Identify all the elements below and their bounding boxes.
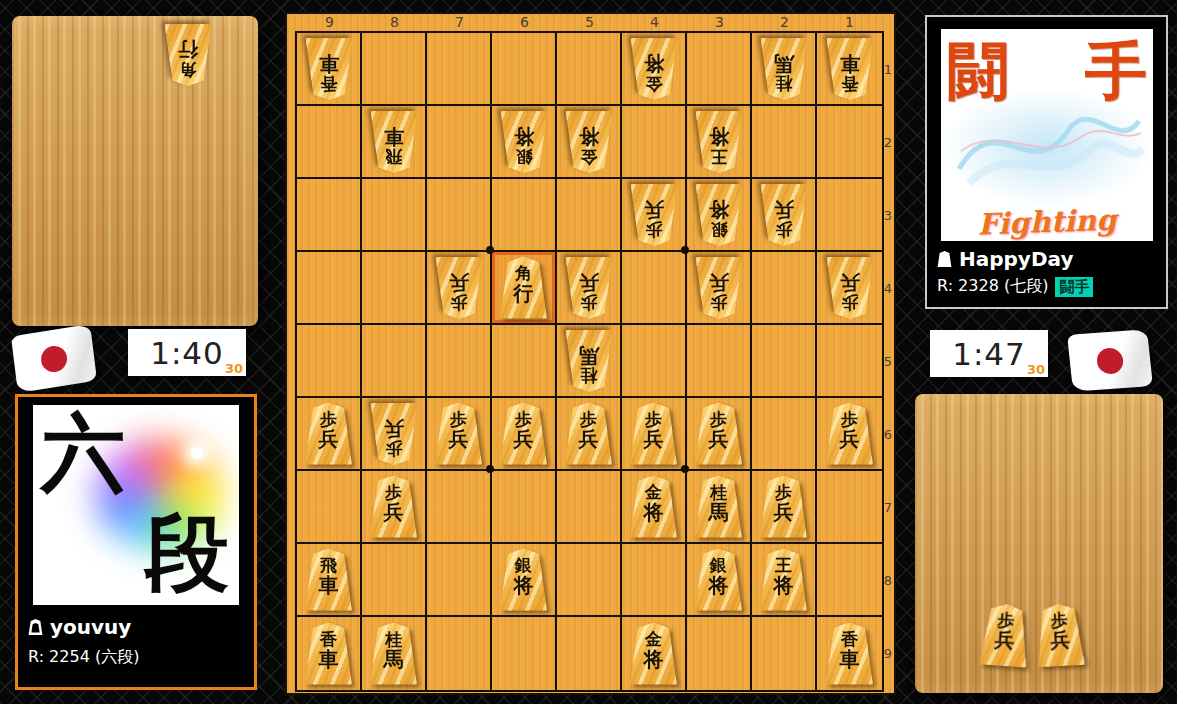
square-32[interactable]: 王将	[687, 106, 752, 179]
avatar-kanji-1: 六	[41, 405, 125, 511]
square-64[interactable]: 角行	[492, 252, 557, 325]
bottom-player-panel: 六 段 youvuy R: 2254 (六段)	[15, 394, 257, 690]
byoyomi-seconds: 30	[225, 361, 243, 376]
avatar-kanji-2: 手	[1085, 29, 1147, 113]
square-54[interactable]: 歩兵	[557, 252, 622, 325]
square-93[interactable]	[297, 179, 362, 252]
square-69[interactable]	[492, 617, 557, 690]
square-74[interactable]: 歩兵	[427, 252, 492, 325]
koma-歩兵-sente[interactable]: 歩兵	[563, 403, 615, 465]
square-38[interactable]: 銀将	[687, 544, 752, 617]
square-76[interactable]: 歩兵	[427, 398, 492, 471]
square-52[interactable]: 金将	[557, 106, 622, 179]
board-grid: 香車金将桂馬香車飛車銀将金将王将歩兵銀将歩兵歩兵角行歩兵歩兵歩兵桂馬歩兵歩兵歩兵…	[295, 31, 884, 692]
square-26[interactable]	[752, 398, 817, 471]
japan-flag-left	[11, 324, 97, 393]
koma-歩兵-sente[interactable]: 歩兵	[977, 602, 1033, 667]
square-99[interactable]: 香車	[297, 617, 362, 690]
flag-sun-icon	[1096, 347, 1125, 375]
square-43[interactable]: 歩兵	[622, 179, 687, 252]
square-96[interactable]: 歩兵	[297, 398, 362, 471]
koma-桂馬-gote[interactable]: 桂馬	[563, 330, 615, 392]
square-24[interactable]	[752, 252, 817, 325]
koma-歩兵-sente[interactable]: 歩兵	[498, 403, 550, 465]
sente-marker-icon	[937, 251, 952, 267]
top-player-rating: R: 2328 (七段)	[937, 276, 1048, 297]
koma-銀将-gote[interactable]: 銀将	[498, 111, 550, 173]
koma-金将-gote[interactable]: 金将	[628, 38, 680, 100]
square-33[interactable]: 銀将	[687, 179, 752, 252]
koma-香車-gote[interactable]: 香車	[303, 38, 355, 100]
koma-歩兵-sente[interactable]: 歩兵	[628, 403, 680, 465]
square-65[interactable]	[492, 325, 557, 398]
square-36[interactable]: 歩兵	[687, 398, 752, 471]
file-label-9: 9	[297, 14, 362, 30]
gote-marker-icon	[28, 619, 43, 635]
top-player-avatar: 闘 手 Fighting	[941, 29, 1153, 241]
koma-歩兵-sente[interactable]: 歩兵	[368, 476, 420, 538]
square-21[interactable]: 桂馬	[752, 33, 817, 106]
sparkle	[191, 447, 203, 459]
square-72[interactable]	[427, 106, 492, 179]
file-label-3: 3	[687, 14, 752, 30]
square-77[interactable]	[427, 471, 492, 544]
sente-hand-pieces: 歩兵歩兵	[979, 604, 1086, 666]
square-95[interactable]	[297, 325, 362, 398]
square-89[interactable]: 桂馬	[362, 617, 427, 690]
koma-飛車-gote[interactable]: 飛車	[368, 111, 420, 173]
koma-歩兵-sente[interactable]: 歩兵	[758, 476, 810, 538]
koma-歩兵-gote[interactable]: 歩兵	[433, 257, 485, 319]
square-92[interactable]	[297, 106, 362, 179]
clock-time: 1:40	[150, 335, 224, 371]
square-56[interactable]: 歩兵	[557, 398, 622, 471]
square-18[interactable]	[817, 544, 882, 617]
koma-歩兵-sente[interactable]: 歩兵	[433, 403, 485, 465]
koma-王将-gote[interactable]: 王将	[693, 111, 745, 173]
bottom-player-clock: 1:40 30	[128, 329, 246, 376]
square-62[interactable]: 銀将	[492, 106, 557, 179]
square-87[interactable]: 歩兵	[362, 471, 427, 544]
file-label-4: 4	[622, 14, 687, 30]
file-label-7: 7	[427, 14, 492, 30]
koma-王将-sente[interactable]: 王将	[758, 549, 810, 611]
square-35[interactable]	[687, 325, 752, 398]
top-player-clock: 1:47 30	[930, 330, 1048, 377]
square-46[interactable]: 歩兵	[622, 398, 687, 471]
square-86[interactable]: 歩兵	[362, 398, 427, 471]
koma-歩兵-sente[interactable]: 歩兵	[303, 403, 355, 465]
square-58[interactable]	[557, 544, 622, 617]
square-23[interactable]: 歩兵	[752, 179, 817, 252]
square-82[interactable]: 飛車	[362, 106, 427, 179]
square-94[interactable]	[297, 252, 362, 325]
shogi-board: 987654321 123456789 香車金将桂馬香車飛車銀将金将王将歩兵銀将…	[285, 12, 896, 695]
koma-歩兵-gote[interactable]: 歩兵	[824, 257, 876, 319]
club-badge: 闘手	[1055, 277, 1093, 297]
square-12[interactable]	[817, 106, 882, 179]
koma-桂馬-gote[interactable]: 桂馬	[758, 38, 810, 100]
avatar-kanji-2: 段	[145, 497, 229, 605]
bottom-player-name: youvuy	[50, 615, 131, 639]
koma-歩兵-sente[interactable]: 歩兵	[1032, 603, 1087, 668]
square-49[interactable]: 金将	[622, 617, 687, 690]
hoshi-dot	[486, 246, 494, 254]
bottom-player-rating: R: 2254 (六段)	[28, 647, 139, 668]
square-75[interactable]	[427, 325, 492, 398]
square-27[interactable]: 歩兵	[752, 471, 817, 544]
koma-歩兵-gote[interactable]: 歩兵	[628, 184, 680, 246]
japan-flag-right	[1067, 329, 1153, 391]
square-88[interactable]	[362, 544, 427, 617]
square-42[interactable]	[622, 106, 687, 179]
square-73[interactable]	[427, 179, 492, 252]
square-29[interactable]	[752, 617, 817, 690]
koma-香車-sente[interactable]: 香車	[303, 623, 355, 685]
koma-香車-sente[interactable]: 香車	[824, 623, 876, 685]
square-17[interactable]	[817, 471, 882, 544]
koma-角行-sente[interactable]: 角行	[498, 257, 550, 319]
square-91[interactable]: 香車	[297, 33, 362, 106]
koma-桂馬-sente[interactable]: 桂馬	[693, 476, 745, 538]
hoshi-dot	[681, 246, 689, 254]
gote-hand-pieces: 角行	[162, 24, 214, 86]
square-31[interactable]	[687, 33, 752, 106]
square-63[interactable]	[492, 179, 557, 252]
koma-金将-sente[interactable]: 金将	[628, 476, 680, 538]
square-11[interactable]: 香車	[817, 33, 882, 106]
square-83[interactable]	[362, 179, 427, 252]
square-14[interactable]: 歩兵	[817, 252, 882, 325]
square-13[interactable]	[817, 179, 882, 252]
square-22[interactable]	[752, 106, 817, 179]
square-67[interactable]	[492, 471, 557, 544]
square-28[interactable]: 王将	[752, 544, 817, 617]
koma-銀将-sente[interactable]: 銀将	[498, 549, 550, 611]
top-player-name: HappyDay	[959, 247, 1073, 271]
file-label-5: 5	[557, 14, 622, 30]
koma-銀将-gote[interactable]: 銀将	[693, 184, 745, 246]
square-44[interactable]	[622, 252, 687, 325]
avatar-kanji-1: 闘	[947, 29, 1009, 113]
square-39[interactable]	[687, 617, 752, 690]
square-41[interactable]: 金将	[622, 33, 687, 106]
koma-歩兵-gote[interactable]: 歩兵	[758, 184, 810, 246]
square-59[interactable]	[557, 617, 622, 690]
koma-歩兵-gote[interactable]: 歩兵	[563, 257, 615, 319]
square-16[interactable]: 歩兵	[817, 398, 882, 471]
koma-桂馬-sente[interactable]: 桂馬	[368, 623, 420, 685]
file-label-1: 1	[817, 14, 882, 30]
square-25[interactable]	[752, 325, 817, 398]
koma-香車-gote[interactable]: 香車	[824, 38, 876, 100]
koma-歩兵-sente[interactable]: 歩兵	[824, 403, 876, 465]
square-97[interactable]	[297, 471, 362, 544]
square-37[interactable]: 桂馬	[687, 471, 752, 544]
square-47[interactable]: 金将	[622, 471, 687, 544]
sente-captured-tray: 歩兵歩兵	[915, 394, 1163, 693]
file-label-6: 6	[492, 14, 557, 30]
hoshi-dot	[681, 465, 689, 473]
koma-歩兵-gote[interactable]: 歩兵	[693, 257, 745, 319]
koma-金将-gote[interactable]: 金将	[563, 111, 615, 173]
byoyomi-seconds: 30	[1027, 362, 1045, 377]
square-68[interactable]: 銀将	[492, 544, 557, 617]
koma-歩兵-sente[interactable]: 歩兵	[693, 403, 745, 465]
square-15[interactable]	[817, 325, 882, 398]
file-label-2: 2	[752, 14, 817, 30]
hoshi-dot	[486, 465, 494, 473]
square-81[interactable]	[362, 33, 427, 106]
square-98[interactable]: 飛車	[297, 544, 362, 617]
bottom-player-avatar: 六 段	[33, 405, 239, 605]
clock-time: 1:47	[952, 336, 1026, 372]
square-66[interactable]: 歩兵	[492, 398, 557, 471]
square-61[interactable]	[492, 33, 557, 106]
file-label-8: 8	[362, 14, 427, 30]
koma-金将-sente[interactable]: 金将	[628, 623, 680, 685]
square-48[interactable]	[622, 544, 687, 617]
koma-角行-gote[interactable]: 角行	[162, 24, 214, 86]
top-player-panel: 闘 手 Fighting HappyDay R: 2328 (七段) 闘手	[925, 15, 1168, 309]
avatar-script-text: Fighting	[941, 201, 1153, 241]
koma-飛車-sente[interactable]: 飛車	[303, 549, 355, 611]
square-71[interactable]	[427, 33, 492, 106]
square-79[interactable]	[427, 617, 492, 690]
square-51[interactable]	[557, 33, 622, 106]
square-78[interactable]	[427, 544, 492, 617]
square-19[interactable]: 香車	[817, 617, 882, 690]
flag-sun-icon	[40, 344, 69, 374]
square-57[interactable]	[557, 471, 622, 544]
square-34[interactable]: 歩兵	[687, 252, 752, 325]
square-85[interactable]	[362, 325, 427, 398]
koma-銀将-sente[interactable]: 銀将	[693, 549, 745, 611]
koma-歩兵-gote[interactable]: 歩兵	[368, 403, 420, 465]
square-45[interactable]	[622, 325, 687, 398]
square-84[interactable]	[362, 252, 427, 325]
square-53[interactable]	[557, 179, 622, 252]
gote-captured-tray: 角行	[12, 16, 258, 326]
square-55[interactable]: 桂馬	[557, 325, 622, 398]
